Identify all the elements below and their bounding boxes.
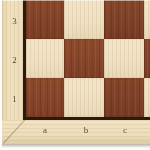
square-b2[interactable]	[64, 39, 104, 78]
square-a3[interactable]	[26, 0, 64, 39]
photo-top-edge	[0, 0, 150, 1]
square-a2[interactable]	[26, 39, 64, 78]
rank-label-1: 1	[9, 94, 20, 104]
file-label-b: b	[80, 125, 92, 135]
square-d3[interactable]	[144, 0, 150, 39]
chessboard-photo: 3 2 1 a b c	[0, 0, 150, 150]
square-c1[interactable]	[104, 78, 144, 117]
square-c3[interactable]	[104, 0, 144, 39]
square-d1[interactable]	[144, 78, 150, 117]
square-d2[interactable]	[144, 39, 150, 78]
board-edge-line-horizontal	[23, 117, 150, 120]
photo-left-edge	[0, 0, 2, 150]
file-label-a: a	[39, 125, 51, 135]
rank-label-3: 3	[9, 16, 20, 26]
square-b1[interactable]	[64, 78, 104, 117]
board-squares	[26, 0, 150, 117]
square-a1[interactable]	[26, 78, 64, 117]
square-c2[interactable]	[104, 39, 144, 78]
rank-label-2: 2	[9, 55, 20, 65]
square-b3[interactable]	[64, 0, 104, 39]
file-label-c: c	[119, 125, 131, 135]
board-shadow	[0, 144, 150, 148]
